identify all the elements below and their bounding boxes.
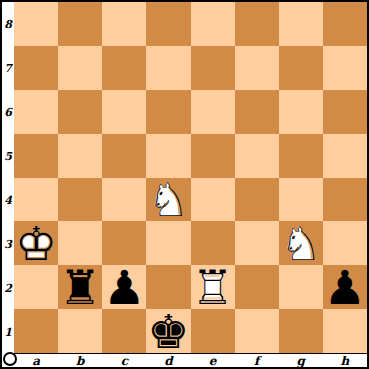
square-g4[interactable] [279, 178, 323, 222]
chess-board: ♞♘♚♔♞♘♜♟♜♖♟♚ [14, 2, 367, 354]
square-d4[interactable]: ♞♘ [146, 178, 190, 222]
square-f4[interactable] [235, 178, 279, 222]
square-d1[interactable]: ♚ [146, 309, 190, 353]
square-a2[interactable] [14, 265, 58, 309]
square-d6[interactable] [146, 90, 190, 134]
square-e7[interactable] [191, 46, 235, 90]
file-label-b: b [58, 354, 102, 367]
rank-label-1: 1 [2, 310, 14, 354]
chess-diagram: ♞♘♚♔♞♘♜♟♜♖♟♚ 87654321 abcdefgh [0, 0, 369, 369]
square-a5[interactable] [14, 134, 58, 178]
rank-label-3: 3 [2, 222, 14, 266]
square-f3[interactable] [235, 221, 279, 265]
white-knight-g3[interactable]: ♞♘ [279, 221, 323, 265]
square-h3[interactable] [323, 221, 367, 265]
square-d8[interactable] [146, 2, 190, 46]
square-h8[interactable] [323, 2, 367, 46]
square-g3[interactable]: ♞♘ [279, 221, 323, 265]
square-h7[interactable] [323, 46, 367, 90]
square-d3[interactable] [146, 221, 190, 265]
square-a1[interactable] [14, 309, 58, 353]
square-e6[interactable] [191, 90, 235, 134]
square-e5[interactable] [191, 134, 235, 178]
square-b7[interactable] [58, 46, 102, 90]
square-g7[interactable] [279, 46, 323, 90]
file-label-a: a [14, 354, 58, 367]
file-label-h: h [323, 354, 367, 367]
rank-labels: 87654321 [2, 2, 14, 354]
square-c6[interactable] [102, 90, 146, 134]
square-d2[interactable] [146, 265, 190, 309]
square-h2[interactable]: ♟ [323, 265, 367, 309]
black-rook-b2[interactable]: ♜ [58, 265, 102, 309]
rank-label-4: 4 [2, 178, 14, 222]
square-f8[interactable] [235, 2, 279, 46]
file-label-c: c [102, 354, 146, 367]
square-b4[interactable] [58, 178, 102, 222]
rank-label-6: 6 [2, 90, 14, 134]
square-e8[interactable] [191, 2, 235, 46]
file-label-e: e [191, 354, 235, 367]
square-c7[interactable] [102, 46, 146, 90]
black-pawn-c2[interactable]: ♟ [102, 265, 146, 309]
square-g8[interactable] [279, 2, 323, 46]
file-label-f: f [235, 354, 279, 367]
square-d7[interactable] [146, 46, 190, 90]
square-g5[interactable] [279, 134, 323, 178]
square-b5[interactable] [58, 134, 102, 178]
square-e4[interactable] [191, 178, 235, 222]
square-g6[interactable] [279, 90, 323, 134]
rank-label-2: 2 [2, 266, 14, 310]
square-c1[interactable] [102, 309, 146, 353]
square-h4[interactable] [323, 178, 367, 222]
file-label-g: g [279, 354, 323, 367]
square-c3[interactable] [102, 221, 146, 265]
white-to-move-icon [3, 352, 17, 366]
square-h6[interactable] [323, 90, 367, 134]
white-knight-d4[interactable]: ♞♘ [146, 178, 190, 222]
square-g2[interactable] [279, 265, 323, 309]
square-a4[interactable] [14, 178, 58, 222]
black-king-d1[interactable]: ♚ [146, 309, 190, 353]
square-d5[interactable] [146, 134, 190, 178]
square-b2[interactable]: ♜ [58, 265, 102, 309]
file-label-d: d [146, 354, 190, 367]
square-a8[interactable] [14, 2, 58, 46]
square-a7[interactable] [14, 46, 58, 90]
square-g1[interactable] [279, 309, 323, 353]
white-rook-e2[interactable]: ♜♖ [191, 265, 235, 309]
square-h1[interactable] [323, 309, 367, 353]
square-c4[interactable] [102, 178, 146, 222]
square-h5[interactable] [323, 134, 367, 178]
square-c2[interactable]: ♟ [102, 265, 146, 309]
square-e3[interactable] [191, 221, 235, 265]
black-pawn-h2[interactable]: ♟ [323, 265, 367, 309]
square-c8[interactable] [102, 2, 146, 46]
square-a6[interactable] [14, 90, 58, 134]
square-b1[interactable] [58, 309, 102, 353]
square-f5[interactable] [235, 134, 279, 178]
square-e2[interactable]: ♜♖ [191, 265, 235, 309]
white-king-a3[interactable]: ♚♔ [14, 221, 58, 265]
rank-label-5: 5 [2, 134, 14, 178]
rank-label-7: 7 [2, 46, 14, 90]
square-a3[interactable]: ♚♔ [14, 221, 58, 265]
square-f1[interactable] [235, 309, 279, 353]
square-b3[interactable] [58, 221, 102, 265]
square-b6[interactable] [58, 90, 102, 134]
square-c5[interactable] [102, 134, 146, 178]
square-b8[interactable] [58, 2, 102, 46]
square-f6[interactable] [235, 90, 279, 134]
file-labels: abcdefgh [14, 354, 367, 367]
square-e1[interactable] [191, 309, 235, 353]
rank-label-8: 8 [2, 2, 14, 46]
square-f7[interactable] [235, 46, 279, 90]
square-f2[interactable] [235, 265, 279, 309]
